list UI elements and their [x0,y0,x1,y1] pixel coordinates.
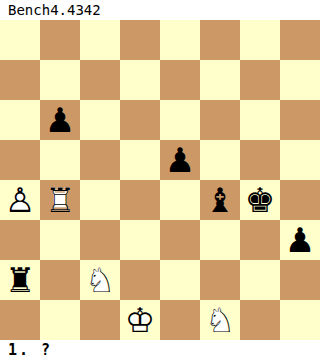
white-king: ♔ [120,300,160,340]
black-bishop: ♝ [200,180,240,220]
square-e5[interactable]: ♟ [160,140,200,180]
square-d7[interactable] [120,60,160,100]
white-knight: ♘ [200,300,240,340]
square-a5[interactable] [0,140,40,180]
square-e7[interactable] [160,60,200,100]
square-a8[interactable] [0,20,40,60]
square-b7[interactable] [40,60,80,100]
white-pawn: ♙ [0,180,40,220]
black-rook: ♜ [0,260,40,300]
square-f7[interactable] [200,60,240,100]
square-g5[interactable] [240,140,280,180]
square-g7[interactable] [240,60,280,100]
square-b1[interactable] [40,300,80,340]
square-a4[interactable]: ♟♙ [0,180,40,220]
square-c3[interactable] [80,220,120,260]
square-f4[interactable]: ♝ [200,180,240,220]
square-d5[interactable] [120,140,160,180]
square-g4[interactable]: ♚ [240,180,280,220]
square-h7[interactable] [280,60,320,100]
square-f3[interactable] [200,220,240,260]
black-king: ♚ [240,180,280,220]
square-f2[interactable] [200,260,240,300]
square-c4[interactable] [80,180,120,220]
white-rook: ♖ [40,180,80,220]
square-e3[interactable] [160,220,200,260]
black-pawn: ♟ [280,220,320,260]
chess-board: ♟♟♟♙♜♖♝♚♟♜♞♘♚♔♞♘ [0,20,320,340]
square-d8[interactable] [120,20,160,60]
square-d4[interactable] [120,180,160,220]
square-d1[interactable]: ♚♔ [120,300,160,340]
black-pawn: ♟ [40,100,80,140]
square-e2[interactable] [160,260,200,300]
square-e8[interactable] [160,20,200,60]
white-knight: ♘ [80,260,120,300]
square-d6[interactable] [120,100,160,140]
square-c8[interactable] [80,20,120,60]
square-c6[interactable] [80,100,120,140]
diagram-title: Bench4.4342 [0,0,320,20]
move-prompt: 1. ? [0,340,320,360]
square-a2[interactable]: ♜ [0,260,40,300]
square-g8[interactable] [240,20,280,60]
chess-diagram-window: Bench4.4342 ♟♟♟♙♜♖♝♚♟♜♞♘♚♔♞♘ 1. ? [0,0,320,360]
square-a7[interactable] [0,60,40,100]
square-g2[interactable] [240,260,280,300]
square-h6[interactable] [280,100,320,140]
square-f6[interactable] [200,100,240,140]
square-b4[interactable]: ♜♖ [40,180,80,220]
square-f8[interactable] [200,20,240,60]
square-e4[interactable] [160,180,200,220]
square-b2[interactable] [40,260,80,300]
square-a6[interactable] [0,100,40,140]
square-h1[interactable] [280,300,320,340]
square-b6[interactable]: ♟ [40,100,80,140]
square-e6[interactable] [160,100,200,140]
square-g6[interactable] [240,100,280,140]
square-c5[interactable] [80,140,120,180]
square-c7[interactable] [80,60,120,100]
black-pawn: ♟ [160,140,200,180]
square-a1[interactable] [0,300,40,340]
square-h3[interactable]: ♟ [280,220,320,260]
square-g3[interactable] [240,220,280,260]
square-h8[interactable] [280,20,320,60]
square-c1[interactable] [80,300,120,340]
square-b8[interactable] [40,20,80,60]
square-h5[interactable] [280,140,320,180]
square-f5[interactable] [200,140,240,180]
square-h2[interactable] [280,260,320,300]
square-a3[interactable] [0,220,40,260]
square-e1[interactable] [160,300,200,340]
square-d3[interactable] [120,220,160,260]
square-g1[interactable] [240,300,280,340]
square-f1[interactable]: ♞♘ [200,300,240,340]
square-b5[interactable] [40,140,80,180]
square-c2[interactable]: ♞♘ [80,260,120,300]
square-h4[interactable] [280,180,320,220]
square-d2[interactable] [120,260,160,300]
square-b3[interactable] [40,220,80,260]
